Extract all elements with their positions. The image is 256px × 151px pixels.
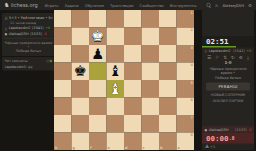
square-e2[interactable] [107, 28, 125, 46]
square-b1[interactable] [159, 10, 177, 28]
brand-text: lichess.org [11, 2, 38, 8]
black-clock-time: 00:00 [206, 134, 229, 143]
game-side-panel: 02:51 ○ Lapotevdm2 (1541) +6 ☰ ⚐ ⇅ ↻ ⚙ ⤓… [202, 10, 254, 150]
square-b7[interactable] [159, 115, 177, 133]
square-d4[interactable] [124, 63, 142, 81]
square-c6[interactable] [142, 98, 160, 116]
lichess-page: ♞ lichess.org Играть Задачи Обучение Тра… [0, 0, 256, 150]
black-king[interactable]: ♚ [72, 63, 90, 81]
knight-logo-icon: ♞ [4, 2, 9, 8]
settings-icon[interactable]: ⚙ [239, 55, 243, 60]
challenge-icon[interactable]: ⚔ [214, 3, 218, 8]
white-king[interactable]: ♚ [89, 28, 107, 46]
panel-white-diff: +6 [246, 49, 251, 53]
square-e4[interactable]: ♝ [107, 63, 125, 81]
white-player-row: ○ Lapotevdm2 (1541) +6 [5, 26, 53, 31]
square-d3[interactable] [124, 45, 142, 63]
panel-white-rating: (1541) [233, 49, 245, 53]
panel-result-line1: Чёрные просрочили время • [204, 67, 252, 76]
black-pawn[interactable]: ♟ [89, 45, 107, 63]
square-b5[interactable] [159, 80, 177, 98]
main-menu: Играть Задачи Обучение Трансляции Сообще… [45, 3, 207, 8]
game-time-ago: 11 часов назад [10, 20, 53, 25]
square-a8[interactable]: 8a [177, 133, 195, 151]
square-g5[interactable] [72, 80, 90, 98]
clock-icon: ◷ [5, 16, 8, 21]
white-player-rating: (1541) [32, 26, 44, 31]
square-b2[interactable] [159, 28, 177, 46]
menu-icon[interactable]: ☰ [207, 55, 211, 60]
file-coordinate: e [108, 146, 110, 150]
chat-message-text: gg [28, 65, 32, 69]
navbar-right: ⚔ AleksejGSH ⚙ [206, 3, 252, 8]
square-b6[interactable] [159, 98, 177, 116]
square-e8[interactable]: e [107, 133, 125, 151]
square-h6[interactable] [54, 98, 72, 116]
square-d5[interactable] [124, 80, 142, 98]
white-clock: 02:51 [202, 36, 254, 46]
menu-item-learn[interactable]: Обучение [85, 3, 104, 8]
chat-toggle[interactable] [46, 60, 53, 63]
rank-coordinate: 5 [191, 81, 193, 85]
square-f7[interactable] [89, 115, 107, 133]
white-clock-time: 02:51 [206, 37, 229, 46]
square-e7[interactable] [107, 115, 125, 133]
square-g4[interactable]: ♚ [72, 63, 90, 81]
chat-title: Чат комнаты [5, 59, 28, 63]
black-rating-diff: -6 [43, 32, 46, 37]
captured-pawn-icon: ♙ [205, 145, 209, 150]
search-icon[interactable] [206, 3, 210, 7]
lichess-logo[interactable]: ♞ lichess.org [4, 2, 38, 8]
file-coordinate: h [55, 146, 57, 150]
white-bishop[interactable]: ♝ [107, 80, 125, 98]
square-d8[interactable]: d [124, 133, 142, 151]
material-advantage-row: ♙ +1 [202, 144, 254, 151]
square-e5[interactable]: ♝ [107, 80, 125, 98]
game-meta-box: ◷ 5+3 • Рейтинговая • Блиц 11 часов наза… [2, 13, 55, 56]
move-list[interactable] [202, 10, 254, 36]
file-coordinate: b [160, 146, 163, 150]
menu-item-community[interactable]: Сообщество [140, 3, 164, 8]
panel-white-name[interactable]: Lapotevdm2 [209, 49, 231, 53]
rank-coordinate: 8 [191, 133, 193, 137]
rank-coordinate: 6 [191, 98, 193, 102]
square-g1[interactable] [72, 10, 90, 28]
white-color-icon: ○ [205, 49, 208, 52]
rank-coordinate: 2 [191, 28, 193, 32]
square-g7[interactable] [72, 115, 90, 133]
meta-divider [5, 39, 53, 40]
rank-coordinate: 1 [191, 11, 193, 15]
square-h1[interactable] [54, 10, 72, 28]
square-a6[interactable]: 6 [177, 98, 195, 116]
white-color-icon: ○ [5, 27, 8, 30]
file-coordinate: a [178, 146, 180, 150]
square-f5[interactable] [89, 80, 107, 98]
square-b4[interactable] [159, 63, 177, 81]
square-a4[interactable]: 4 [177, 63, 195, 81]
panel-black-diff: -6 [248, 127, 251, 131]
black-clock-tenths: .0 [229, 136, 234, 141]
square-h3[interactable] [54, 45, 72, 63]
square-e1[interactable] [107, 10, 125, 28]
file-coordinate: g [73, 146, 76, 150]
black-player-rating: (1533) [30, 32, 42, 37]
square-d1[interactable] [124, 10, 142, 28]
black-bishop[interactable]: ♝ [107, 63, 125, 81]
square-c8[interactable]: c [142, 133, 160, 151]
square-c1[interactable] [142, 10, 160, 28]
menu-item-tools[interactable]: Инструменты [170, 3, 197, 8]
flip-board-icon[interactable]: ⇅ [223, 55, 227, 60]
square-a1[interactable]: 1 [177, 10, 195, 28]
download-icon[interactable]: ⤓ [247, 55, 249, 60]
square-a7[interactable]: 7 [177, 115, 195, 133]
menu-item-puzzles[interactable]: Задачи [65, 3, 79, 8]
black-color-icon: ● [5, 33, 8, 36]
chess-board: 1♚2♟3♚♝4♝567hgfedcb8a [54, 10, 194, 150]
square-a5[interactable]: 5 [177, 80, 195, 98]
square-g3[interactable] [72, 45, 90, 63]
panel-black-name[interactable]: AleksejGSH [209, 127, 229, 131]
square-d2[interactable] [124, 28, 142, 46]
black-clock: 00:00 .0 [202, 133, 254, 144]
square-d6[interactable] [124, 98, 142, 116]
black-player-name[interactable]: AleksejGSH [9, 32, 29, 37]
menu-item-play[interactable]: Играть [45, 3, 59, 8]
chat-message: Lapotevdm2: gg [5, 65, 53, 69]
white-player-name[interactable]: Lapotevdm2 [9, 26, 31, 31]
square-g6[interactable] [72, 98, 90, 116]
rank-coordinate: 4 [191, 63, 193, 67]
rank-coordinate: 7 [191, 116, 193, 120]
flag-icon[interactable]: ⚐ [215, 55, 219, 60]
square-b3[interactable] [159, 45, 177, 63]
new-opponent-button[interactable]: НОВЫЙ СОПЕРНИК [202, 93, 254, 99]
menu-item-broadcasts[interactable]: Трансляции [110, 3, 134, 8]
rank-coordinate: 3 [191, 46, 193, 50]
navbar: ♞ lichess.org Играть Задачи Обучение Тра… [0, 0, 256, 10]
square-g8[interactable]: g [72, 133, 90, 151]
result-text-line2: Победа белых [5, 49, 53, 53]
square-e6[interactable] [107, 98, 125, 116]
square-f4[interactable] [89, 63, 107, 81]
panel-black-rating: (1533) [235, 127, 247, 131]
gear-icon[interactable]: ⚙ [248, 3, 252, 8]
square-c4[interactable] [142, 63, 160, 81]
material-advantage: +1 [210, 145, 215, 149]
square-h7[interactable] [54, 115, 72, 133]
square-f6[interactable] [89, 98, 107, 116]
square-e3[interactable] [107, 45, 125, 63]
chat-message-author: Lapotevdm2: [5, 65, 27, 69]
result-text-line1: Чёрные просрочили время • [5, 41, 53, 50]
replay-icon[interactable]: ↻ [231, 55, 235, 60]
square-h8[interactable]: h [54, 133, 72, 151]
file-coordinate: d [125, 146, 128, 150]
file-coordinate: f [90, 146, 92, 150]
square-h2[interactable] [54, 28, 72, 46]
square-c7[interactable] [142, 115, 160, 133]
square-a2[interactable]: 2 [177, 28, 195, 46]
square-h4[interactable] [54, 63, 72, 81]
square-b8[interactable]: b [159, 133, 177, 151]
panel-result-line2: Победа белых [204, 76, 252, 81]
square-f2[interactable]: ♚ [89, 28, 107, 46]
chat-box: Чат комнаты Lapotevdm2: gg [2, 57, 55, 71]
white-rating-diff: +6 [45, 26, 50, 31]
square-a3[interactable]: 3 [177, 45, 195, 63]
square-c3[interactable] [142, 45, 160, 63]
black-color-icon: ● [205, 128, 208, 131]
square-f8[interactable]: f [89, 133, 107, 151]
square-h5[interactable] [54, 80, 72, 98]
square-c2[interactable] [142, 28, 160, 46]
rematch-button[interactable]: РЕВАНШ [206, 83, 250, 91]
square-g2[interactable] [72, 28, 90, 46]
file-coordinate: c [143, 146, 145, 150]
black-player-row: ● AleksejGSH (1533) -6 [5, 32, 53, 37]
square-f3[interactable]: ♟ [89, 45, 107, 63]
square-c5[interactable] [142, 80, 160, 98]
square-d7[interactable] [124, 115, 142, 133]
square-f1[interactable] [89, 10, 107, 28]
logged-in-username[interactable]: AleksejGSH [222, 3, 244, 8]
